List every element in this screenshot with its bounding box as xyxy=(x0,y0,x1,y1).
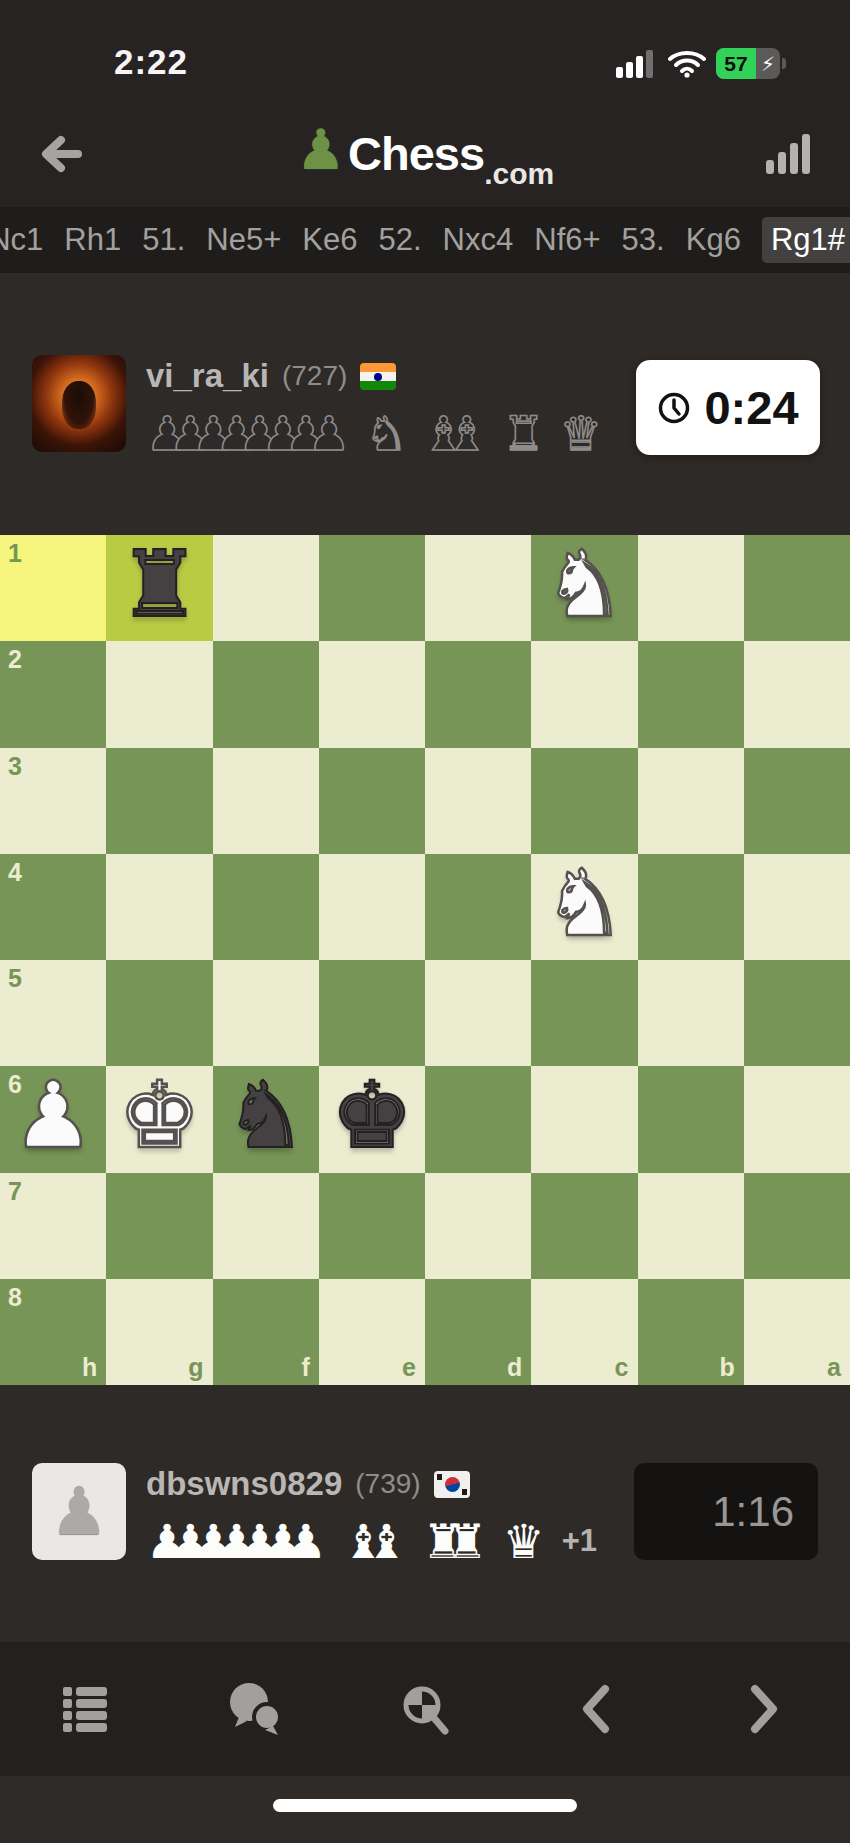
square-e3[interactable] xyxy=(319,748,425,854)
square-f7[interactable] xyxy=(213,1173,319,1279)
move-token[interactable]: Kg6 xyxy=(686,222,741,258)
captured-pawn-group: ♟♟♟♟♟♟♟♟ xyxy=(146,409,350,459)
move-token[interactable]: 53. xyxy=(622,222,665,258)
captured-bishop-icon: ♝ xyxy=(365,1517,407,1567)
move-token[interactable]: 51. xyxy=(142,222,185,258)
captured-queen-group: ♛ xyxy=(503,1517,545,1567)
square-c2[interactable] xyxy=(531,641,637,747)
square-a7[interactable] xyxy=(744,1173,850,1279)
battery-icon: 57 ⚡ xyxy=(716,48,780,79)
square-h6[interactable]: 6♟ xyxy=(0,1066,106,1172)
captured-knight-icon: ♞ xyxy=(365,409,407,459)
logo-pawn-icon: ♟ xyxy=(296,117,346,182)
captured-queen-icon: ♛ xyxy=(560,409,602,459)
square-a5[interactable] xyxy=(744,960,850,1066)
status-time: 2:22 xyxy=(114,42,188,82)
square-c1[interactable]: ♞ xyxy=(531,535,637,641)
square-f4[interactable] xyxy=(213,854,319,960)
file-label-c: c xyxy=(615,1353,629,1382)
next-move-button[interactable] xyxy=(680,1642,850,1776)
file-label-a: a xyxy=(827,1353,841,1382)
chevron-right-icon xyxy=(745,1681,785,1737)
default-pawn-avatar-icon: ♟ xyxy=(49,1473,108,1550)
square-d7[interactable] xyxy=(425,1173,531,1279)
material-advantage: +1 xyxy=(562,1523,597,1559)
file-label-h: h xyxy=(82,1353,97,1382)
square-h5[interactable]: 5 xyxy=(0,960,106,1066)
square-e5[interactable] xyxy=(319,960,425,1066)
square-h2[interactable]: 2 xyxy=(0,641,106,747)
player-bottom-clock: 1:16 xyxy=(634,1463,818,1560)
square-d3[interactable] xyxy=(425,748,531,854)
square-b3[interactable] xyxy=(638,748,744,854)
white-king[interactable]: ♚ xyxy=(118,1070,200,1162)
connection-bars-icon xyxy=(766,132,814,178)
square-d4[interactable] xyxy=(425,854,531,960)
captured-pawn-icon: ♟ xyxy=(285,1517,327,1567)
player-top-info: vi_ra_ki (727) ♟♟♟♟♟♟♟♟♞♝♝♜♛ xyxy=(146,357,617,459)
white-knight[interactable]: ♞ xyxy=(543,539,625,631)
square-c5[interactable] xyxy=(531,960,637,1066)
white-pawn[interactable]: ♟ xyxy=(12,1070,94,1162)
cellular-signal-icon xyxy=(616,49,658,79)
file-label-e: e xyxy=(402,1353,416,1382)
file-label-g: g xyxy=(188,1353,203,1382)
status-icons: 57 ⚡ xyxy=(616,48,780,79)
square-a4[interactable] xyxy=(744,854,850,960)
player-bottom-info: dbswns0829 (739) ♟♟♟♟♟♟♟♝♝♜♜♛+1 xyxy=(146,1465,597,1567)
battery-fill: 57 xyxy=(716,48,756,79)
square-b8[interactable]: b xyxy=(638,1279,744,1385)
player-bottom-captured-pieces: ♟♟♟♟♟♟♟♝♝♜♜♛+1 xyxy=(146,1515,597,1567)
rank-label-7: 7 xyxy=(8,1177,22,1206)
player-bottom-clock-time: 1:16 xyxy=(712,1488,794,1536)
square-b2[interactable] xyxy=(638,641,744,747)
captured-rook-group: ♜♜ xyxy=(422,1517,487,1567)
battery-nub xyxy=(782,58,786,69)
move-token[interactable]: Rh1 xyxy=(64,222,121,258)
chevron-left-icon xyxy=(575,1681,615,1737)
home-indicator[interactable] xyxy=(273,1799,577,1812)
square-g3[interactable] xyxy=(106,748,212,854)
square-h7[interactable]: 7 xyxy=(0,1173,106,1279)
player-top-rating: (727) xyxy=(282,360,347,392)
move-token-selected[interactable]: Rg1# xyxy=(762,217,850,263)
status-bar: 2:22 57 ⚡ xyxy=(0,0,850,100)
black-rook[interactable]: ♜ xyxy=(118,539,200,631)
square-e2[interactable] xyxy=(319,641,425,747)
square-h4[interactable]: 4 xyxy=(0,854,106,960)
previous-move-button[interactable] xyxy=(510,1642,680,1776)
square-f6[interactable]: ♞ xyxy=(213,1066,319,1172)
captured-pawn-icon: ♟ xyxy=(308,409,350,459)
captured-rook-icon: ♜ xyxy=(445,1517,487,1567)
captured-knight-group: ♞ xyxy=(365,409,407,459)
clock-icon xyxy=(657,391,691,425)
charging-bolt-icon: ⚡ xyxy=(761,52,775,76)
square-e4[interactable] xyxy=(319,854,425,960)
rank-label-8: 8 xyxy=(8,1283,22,1312)
analysis-button[interactable] xyxy=(340,1642,510,1776)
player-top-clock-time: 0:24 xyxy=(704,380,798,435)
square-h3[interactable]: 3 xyxy=(0,748,106,854)
player-top-username[interactable]: vi_ra_ki xyxy=(146,357,269,395)
analysis-magnifier-icon xyxy=(397,1681,453,1737)
player-top-avatar[interactable] xyxy=(32,355,126,452)
black-knight[interactable]: ♞ xyxy=(224,1070,306,1162)
square-b5[interactable] xyxy=(638,960,744,1066)
captured-rook-icon: ♜ xyxy=(503,409,545,459)
rank-label-3: 3 xyxy=(8,752,22,781)
captured-pawn-group: ♟♟♟♟♟♟♟ xyxy=(146,1517,327,1567)
captured-bishop-icon: ♝ xyxy=(445,409,487,459)
square-d6[interactable] xyxy=(425,1066,531,1172)
chess-board: 1♜♞234♞56♟♚♞♚78hgfedcba xyxy=(0,535,850,1385)
square-f2[interactable] xyxy=(213,641,319,747)
square-e6[interactable]: ♚ xyxy=(319,1066,425,1172)
chesscom-logo[interactable]: ♟ Chess .com xyxy=(0,100,850,207)
square-g1[interactable]: ♜ xyxy=(106,535,212,641)
square-e1[interactable] xyxy=(319,535,425,641)
square-e8[interactable]: e xyxy=(319,1279,425,1385)
square-d8[interactable]: d xyxy=(425,1279,531,1385)
player-bottom-username[interactable]: dbswns0829 xyxy=(146,1465,342,1503)
file-label-b: b xyxy=(719,1353,734,1382)
black-king[interactable]: ♚ xyxy=(331,1070,413,1162)
square-a1[interactable] xyxy=(744,535,850,641)
move-token[interactable]: Ke6 xyxy=(302,222,357,258)
header: ♟ Chess .com xyxy=(0,100,850,207)
square-e7[interactable] xyxy=(319,1173,425,1279)
square-c3[interactable] xyxy=(531,748,637,854)
rank-label-2: 2 xyxy=(8,645,22,674)
square-a3[interactable] xyxy=(744,748,850,854)
battery-percent: 57 xyxy=(724,52,747,76)
captured-queen-group: ♛ xyxy=(560,409,602,459)
square-g6[interactable]: ♚ xyxy=(106,1066,212,1172)
square-c4[interactable]: ♞ xyxy=(531,854,637,960)
square-c7[interactable] xyxy=(531,1173,637,1279)
rank-label-4: 4 xyxy=(8,858,22,887)
india-flag-icon xyxy=(360,363,396,390)
square-b1[interactable] xyxy=(638,535,744,641)
square-a2[interactable] xyxy=(744,641,850,747)
bottom-toolbar xyxy=(0,1642,850,1776)
chat-icon xyxy=(225,1681,285,1737)
player-bottom-rating: (739) xyxy=(355,1468,420,1500)
captured-bishop-group: ♝♝ xyxy=(422,409,487,459)
white-knight[interactable]: ♞ xyxy=(543,858,625,950)
chat-button[interactable] xyxy=(170,1642,340,1776)
rank-label-5: 5 xyxy=(8,964,22,993)
square-b6[interactable] xyxy=(638,1066,744,1172)
captured-bishop-group: ♝♝ xyxy=(342,1517,407,1567)
player-top-section: vi_ra_ki (727) ♟♟♟♟♟♟♟♟♞♝♝♜♛ 0:24 xyxy=(0,273,850,535)
square-f3[interactable] xyxy=(213,748,319,854)
move-token[interactable]: Nxc4 xyxy=(443,222,514,258)
file-label-d: d xyxy=(507,1353,522,1382)
square-g4[interactable] xyxy=(106,854,212,960)
square-g8[interactable]: g xyxy=(106,1279,212,1385)
bottom-bar xyxy=(0,1776,850,1843)
wifi-icon xyxy=(668,50,706,78)
move-token[interactable]: Nc1 xyxy=(0,222,43,258)
move-token[interactable]: Nf6+ xyxy=(534,222,600,258)
square-a8[interactable]: a xyxy=(744,1279,850,1385)
logo-suffix: .com xyxy=(484,157,554,191)
player-bottom-section: ♟ dbswns0829 (739) ♟♟♟♟♟♟♟♝♝♜♜♛+1 1:16 xyxy=(0,1385,850,1642)
square-d5[interactable] xyxy=(425,960,531,1066)
logo-text: Chess xyxy=(348,126,484,181)
avatar-artwork xyxy=(62,381,96,429)
square-c6[interactable] xyxy=(531,1066,637,1172)
square-a6[interactable] xyxy=(744,1066,850,1172)
square-f5[interactable] xyxy=(213,960,319,1066)
square-b4[interactable] xyxy=(638,854,744,960)
square-h8[interactable]: 8h xyxy=(0,1279,106,1385)
rank-label-1: 1 xyxy=(8,539,22,568)
square-h1[interactable]: 1 xyxy=(0,535,106,641)
square-d2[interactable] xyxy=(425,641,531,747)
square-b7[interactable] xyxy=(638,1173,744,1279)
captured-rook-group: ♜ xyxy=(503,409,545,459)
square-f1[interactable] xyxy=(213,535,319,641)
south-korea-flag-icon xyxy=(434,1471,470,1498)
square-d1[interactable] xyxy=(425,535,531,641)
move-token[interactable]: 52. xyxy=(379,222,422,258)
square-g5[interactable] xyxy=(106,960,212,1066)
move-list[interactable]: 0.Nc1Rh151.Ne5+Ke652.Nxc4Nf6+53.Kg6Rg1# xyxy=(0,207,850,273)
square-c8[interactable]: c xyxy=(531,1279,637,1385)
moves-list-icon xyxy=(59,1683,111,1735)
move-token[interactable]: Ne5+ xyxy=(206,222,281,258)
square-g2[interactable] xyxy=(106,641,212,747)
moves-list-button[interactable] xyxy=(0,1642,170,1776)
player-bottom-avatar[interactable]: ♟ xyxy=(32,1463,126,1560)
file-label-f: f xyxy=(301,1353,309,1382)
player-top-captured-pieces: ♟♟♟♟♟♟♟♟♞♝♝♜♛ xyxy=(146,407,617,459)
square-g7[interactable] xyxy=(106,1173,212,1279)
captured-queen-icon: ♛ xyxy=(503,1517,545,1567)
square-f8[interactable]: f xyxy=(213,1279,319,1385)
player-top-clock: 0:24 xyxy=(636,360,820,455)
